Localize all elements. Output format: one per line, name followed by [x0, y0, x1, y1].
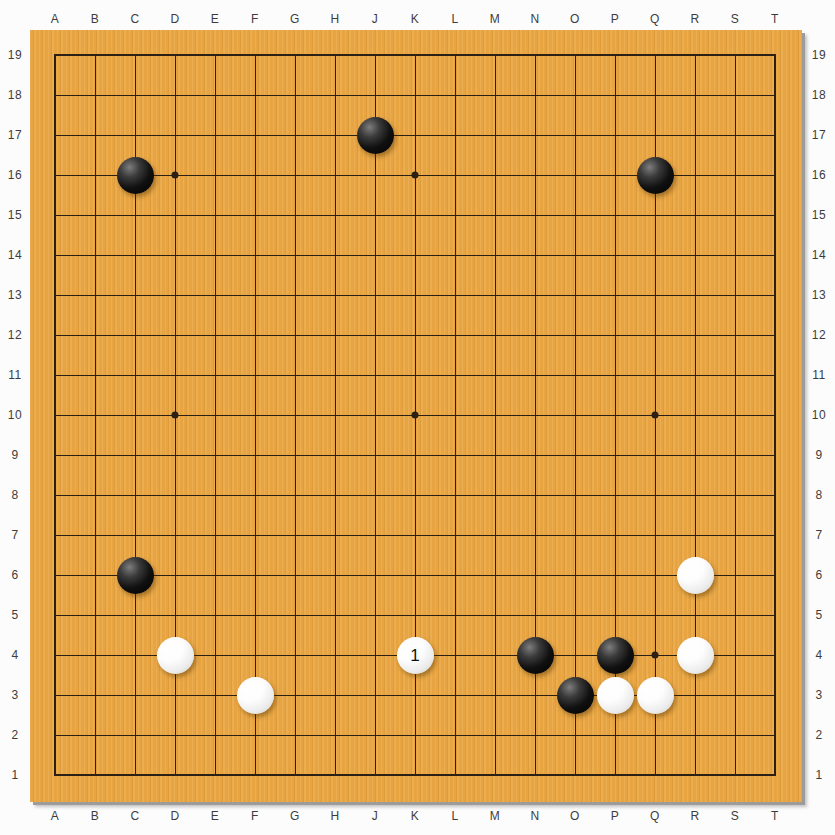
- coordinate-label-right-16: 16: [812, 168, 826, 182]
- coordinate-label-left-3: 3: [11, 688, 18, 702]
- coordinate-label-top-Q: Q: [650, 12, 660, 26]
- coordinate-label-bottom-H: H: [330, 809, 339, 823]
- coordinate-label-left-9: 9: [11, 448, 18, 462]
- coordinate-label-left-6: 6: [11, 568, 18, 582]
- go-board[interactable]: 1: [30, 30, 802, 802]
- coordinate-label-left-1: 1: [11, 768, 18, 782]
- coordinate-label-bottom-L: L: [451, 809, 458, 823]
- coordinate-label-bottom-F: F: [251, 809, 259, 823]
- coordinate-label-left-14: 14: [8, 248, 22, 262]
- star-point: [172, 172, 179, 179]
- coordinate-label-bottom-O: O: [570, 809, 580, 823]
- board-grid: [30, 30, 802, 802]
- white-stone-P3[interactable]: [597, 677, 634, 714]
- coordinate-label-bottom-Q: Q: [650, 809, 660, 823]
- coordinate-label-bottom-N: N: [530, 809, 539, 823]
- star-point: [412, 412, 419, 419]
- coordinate-label-right-17: 17: [812, 128, 826, 142]
- coordinate-label-right-9: 9: [815, 448, 822, 462]
- coordinate-label-right-14: 14: [812, 248, 826, 262]
- coordinate-label-bottom-A: A: [51, 809, 60, 823]
- coordinate-label-top-O: O: [570, 12, 580, 26]
- coordinate-label-top-S: S: [731, 12, 740, 26]
- white-stone-R4[interactable]: [677, 637, 714, 674]
- coordinate-label-right-2: 2: [815, 728, 822, 742]
- coordinate-label-left-10: 10: [8, 408, 22, 422]
- coordinate-label-top-L: L: [451, 12, 458, 26]
- coordinate-label-right-5: 5: [815, 608, 822, 622]
- coordinate-label-top-D: D: [170, 12, 179, 26]
- coordinate-label-right-1: 1: [815, 768, 822, 782]
- coordinate-label-top-C: C: [130, 12, 139, 26]
- coordinate-label-bottom-R: R: [690, 809, 699, 823]
- black-stone-C6[interactable]: [117, 557, 154, 594]
- black-stone-J17[interactable]: [357, 117, 394, 154]
- coordinate-label-left-11: 11: [8, 368, 21, 382]
- coordinate-label-right-13: 13: [812, 288, 826, 302]
- black-stone-C16[interactable]: [117, 157, 154, 194]
- coordinate-label-top-E: E: [211, 12, 220, 26]
- white-stone-D4[interactable]: [157, 637, 194, 674]
- coordinate-label-right-6: 6: [815, 568, 822, 582]
- white-stone-R6[interactable]: [677, 557, 714, 594]
- coordinate-label-right-12: 12: [812, 328, 826, 342]
- coordinate-label-left-18: 18: [8, 88, 22, 102]
- coordinate-label-left-16: 16: [8, 168, 22, 182]
- coordinate-label-right-10: 10: [812, 408, 826, 422]
- black-stone-O3[interactable]: [557, 677, 594, 714]
- coordinate-label-right-3: 3: [815, 688, 822, 702]
- coordinate-label-bottom-B: B: [91, 809, 100, 823]
- coordinate-label-top-P: P: [611, 12, 620, 26]
- black-stone-P4[interactable]: [597, 637, 634, 674]
- coordinate-label-left-8: 8: [11, 488, 18, 502]
- coordinate-label-right-18: 18: [812, 88, 826, 102]
- coordinate-label-top-B: B: [91, 12, 100, 26]
- coordinate-label-right-15: 15: [812, 208, 826, 222]
- coordinate-label-left-17: 17: [8, 128, 22, 142]
- coordinate-label-bottom-M: M: [490, 809, 501, 823]
- coordinate-label-right-7: 7: [815, 528, 822, 542]
- coordinate-label-left-5: 5: [11, 608, 18, 622]
- coordinate-label-bottom-J: J: [372, 809, 379, 823]
- coordinate-label-top-A: A: [51, 12, 60, 26]
- coordinate-label-bottom-P: P: [611, 809, 620, 823]
- coordinate-label-bottom-K: K: [411, 809, 420, 823]
- go-board-diagram: 1 AABBCCDDEEFFGGHHJJKKLLMMNNOOPPQQRRSSTT…: [0, 0, 835, 835]
- star-point: [652, 412, 659, 419]
- coordinate-label-top-R: R: [690, 12, 699, 26]
- coordinate-label-left-19: 19: [8, 48, 22, 62]
- coordinate-label-bottom-C: C: [130, 809, 139, 823]
- coordinate-label-bottom-T: T: [771, 809, 779, 823]
- coordinate-label-top-G: G: [290, 12, 300, 26]
- coordinate-label-left-15: 15: [8, 208, 22, 222]
- coordinate-label-bottom-G: G: [290, 809, 300, 823]
- black-stone-Q16[interactable]: [637, 157, 674, 194]
- star-point: [652, 652, 659, 659]
- coordinate-label-left-12: 12: [8, 328, 22, 342]
- coordinate-label-right-11: 11: [812, 368, 825, 382]
- coordinate-label-top-F: F: [251, 12, 259, 26]
- coordinate-label-top-N: N: [530, 12, 539, 26]
- coordinate-label-left-2: 2: [11, 728, 18, 742]
- coordinate-label-bottom-D: D: [170, 809, 179, 823]
- coordinate-label-top-H: H: [330, 12, 339, 26]
- coordinate-label-right-8: 8: [815, 488, 822, 502]
- move-number-label: 1: [410, 647, 419, 664]
- white-stone-F3[interactable]: [237, 677, 274, 714]
- white-stone-Q3[interactable]: [637, 677, 674, 714]
- coordinate-label-bottom-E: E: [211, 809, 220, 823]
- coordinate-label-left-7: 7: [11, 528, 18, 542]
- coordinate-label-right-19: 19: [812, 48, 826, 62]
- coordinate-label-bottom-S: S: [731, 809, 740, 823]
- coordinate-label-right-4: 4: [815, 648, 822, 662]
- coordinate-label-left-4: 4: [11, 648, 18, 662]
- coordinate-label-top-T: T: [771, 12, 779, 26]
- coordinate-label-top-K: K: [411, 12, 420, 26]
- coordinate-label-top-M: M: [490, 12, 501, 26]
- star-point: [172, 412, 179, 419]
- white-stone-K4[interactable]: 1: [397, 637, 434, 674]
- star-point: [412, 172, 419, 179]
- black-stone-N4[interactable]: [517, 637, 554, 674]
- coordinate-label-left-13: 13: [8, 288, 22, 302]
- coordinate-label-top-J: J: [372, 12, 379, 26]
